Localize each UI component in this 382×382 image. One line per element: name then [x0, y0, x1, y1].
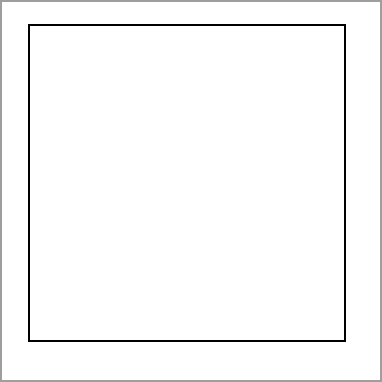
file-labels [28, 352, 346, 374]
chess-diagram [0, 0, 382, 382]
rank-labels [2, 24, 26, 342]
chess-board [28, 24, 346, 342]
